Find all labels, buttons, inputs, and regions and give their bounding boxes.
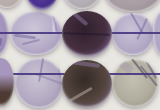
gemstone-bead [0, 0, 24, 8]
bead-vein [70, 60, 100, 68]
gemstone-bead [104, 0, 160, 12]
bead-vein [22, 39, 40, 46]
gemstone-bead [0, 58, 14, 106]
gemstone-bead [112, 59, 158, 107]
gemstone-bead [62, 60, 112, 108]
bead-vein [65, 87, 92, 105]
bead-vein [68, 11, 89, 26]
bead-vein [159, 11, 160, 24]
bead-vein [14, 33, 36, 39]
bead-vein [0, 36, 3, 47]
gemstone-bead [62, 0, 102, 9]
gemstone-bead [112, 13, 154, 55]
bead-vein [64, 32, 110, 35]
gemstone-bead-strands-photo [0, 0, 160, 110]
gemstone-bead [62, 11, 112, 57]
gemstone-bead [25, 0, 59, 10]
gemstone-bead [15, 58, 63, 108]
